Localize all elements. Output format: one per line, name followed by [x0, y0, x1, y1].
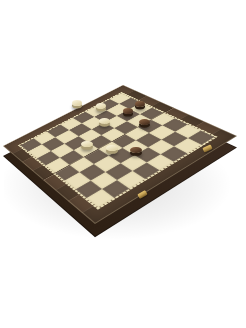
checker-piece-light: [96, 103, 106, 109]
checker-piece-dark: [135, 101, 145, 107]
checker-piece-dark: [139, 119, 150, 125]
checker-piece-light: [72, 100, 82, 106]
checker-piece-light: [106, 145, 118, 152]
checker-piece-dark: [130, 147, 142, 154]
checker-piece-light: [81, 141, 93, 148]
checker-piece-light: [99, 118, 110, 124]
product-photo-stage: [0, 0, 246, 328]
